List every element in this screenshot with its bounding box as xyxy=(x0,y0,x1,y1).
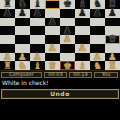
square-c5[interactable] xyxy=(30,26,45,35)
undo-button[interactable]: Undo xyxy=(1,89,119,99)
square-h5[interactable] xyxy=(105,26,120,35)
square-e1[interactable]: ♚ xyxy=(60,61,75,70)
square-b3[interactable] xyxy=(15,44,30,53)
square-f6[interactable] xyxy=(75,18,90,27)
piece-white-rook: ♜ xyxy=(3,61,12,71)
square-h6[interactable] xyxy=(105,18,120,27)
square-e8[interactable]: ♚ xyxy=(60,0,75,9)
piece-white-knight: ♞ xyxy=(93,61,102,71)
square-e5[interactable]: ♟ xyxy=(60,26,75,35)
square-a4[interactable] xyxy=(0,35,15,44)
square-a7[interactable]: ♟ xyxy=(0,9,15,18)
square-c8[interactable]: ♝ xyxy=(30,0,45,9)
square-d4[interactable] xyxy=(45,35,60,44)
square-h7[interactable]: ♟ xyxy=(105,9,120,18)
square-g5[interactable] xyxy=(90,26,105,35)
square-e7[interactable] xyxy=(60,9,75,18)
square-h1[interactable]: ♜ xyxy=(105,61,120,70)
square-c4[interactable] xyxy=(30,35,45,44)
square-h2[interactable]: ♟ xyxy=(105,53,120,62)
square-c3[interactable] xyxy=(30,44,45,53)
player-computer-label: Computer xyxy=(1,72,42,78)
square-b6[interactable] xyxy=(15,18,30,27)
square-f2[interactable] xyxy=(75,53,90,62)
square-f3[interactable]: ♟ xyxy=(75,44,90,53)
square-c6[interactable] xyxy=(30,18,45,27)
piece-white-king: ♚ xyxy=(63,61,72,71)
square-a6[interactable] xyxy=(0,18,15,27)
square-b5[interactable] xyxy=(15,26,30,35)
square-c1[interactable]: ♝ xyxy=(30,61,45,70)
piece-white-bishop: ♝ xyxy=(33,61,42,71)
square-f7[interactable]: ♟ xyxy=(75,9,90,18)
square-f1[interactable]: ♝ xyxy=(75,61,90,70)
piece-white-queen: ♛ xyxy=(48,61,57,71)
square-f4[interactable] xyxy=(75,35,90,44)
piece-white-bishop: ♝ xyxy=(78,61,87,71)
square-d6[interactable]: ♟ xyxy=(45,18,60,27)
square-g1[interactable]: ♞ xyxy=(90,61,105,70)
square-h8[interactable]: ♜ xyxy=(105,0,120,9)
square-d5[interactable] xyxy=(45,26,60,35)
square-e2[interactable] xyxy=(60,53,75,62)
square-g3[interactable] xyxy=(90,44,105,53)
piece-white-knight: ♞ xyxy=(18,61,27,71)
square-h4[interactable]: ♛ xyxy=(105,35,120,44)
clock-you: 00:19 xyxy=(69,72,92,78)
clock-computer: 00:03 xyxy=(44,72,67,78)
piece-white-rook: ♜ xyxy=(108,61,117,71)
chess-board: ♜♞♝♚♝♞♜♟♟♟♟♟♟♟♟♟♛♟♟♟♟♟♟♟♜♞♝♛♚♝♞♜ xyxy=(0,0,120,70)
square-b1[interactable]: ♞ xyxy=(15,61,30,70)
square-b2[interactable]: ♟ xyxy=(15,53,30,62)
square-f8[interactable]: ♝ xyxy=(75,0,90,9)
square-f5[interactable] xyxy=(75,26,90,35)
square-b8[interactable]: ♞ xyxy=(15,0,30,9)
chess-app-window: ♜♞♝♚♝♞♜♟♟♟♟♟♟♟♟♟♛♟♟♟♟♟♟♟♜♞♝♛♚♝♞♜ Compute… xyxy=(0,0,120,120)
square-d3[interactable]: ♟ xyxy=(45,44,60,53)
check-message: White in check! xyxy=(0,78,120,88)
square-a8[interactable]: ♜ xyxy=(0,0,15,9)
square-d8[interactable] xyxy=(45,0,60,9)
square-e4[interactable]: ♟ xyxy=(60,35,75,44)
square-g8[interactable]: ♞ xyxy=(90,0,105,9)
square-a2[interactable]: ♟ xyxy=(0,53,15,62)
status-bar: Computer 00:03 00:19 You xyxy=(0,70,120,78)
square-b4[interactable] xyxy=(15,35,30,44)
square-g7[interactable]: ♟ xyxy=(90,9,105,18)
square-a3[interactable] xyxy=(0,44,15,53)
square-c7[interactable]: ♟ xyxy=(30,9,45,18)
square-d7[interactable] xyxy=(45,9,60,18)
square-b7[interactable]: ♟ xyxy=(15,9,30,18)
square-a5[interactable] xyxy=(0,26,15,35)
square-g2[interactable]: ♟ xyxy=(90,53,105,62)
square-e6[interactable] xyxy=(60,18,75,27)
square-g6[interactable] xyxy=(90,18,105,27)
square-d1[interactable]: ♛ xyxy=(45,61,60,70)
square-a1[interactable]: ♜ xyxy=(0,61,15,70)
square-e3[interactable] xyxy=(60,44,75,53)
square-c2[interactable]: ♟ xyxy=(30,53,45,62)
player-you-label: You xyxy=(94,72,118,78)
square-d2[interactable] xyxy=(45,53,60,62)
square-g4[interactable] xyxy=(90,35,105,44)
square-h3[interactable] xyxy=(105,44,120,53)
